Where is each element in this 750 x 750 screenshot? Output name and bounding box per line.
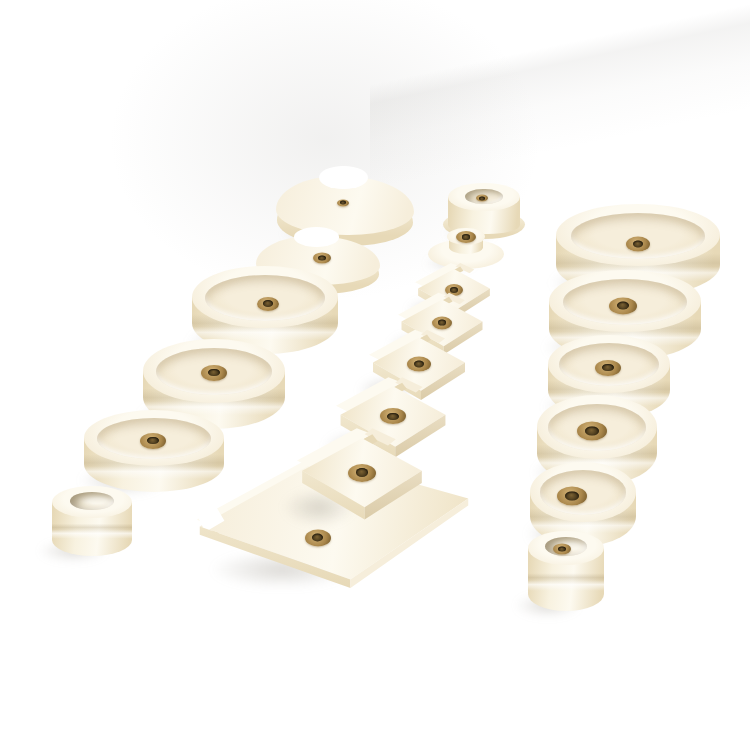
threaded-hole xyxy=(462,234,471,240)
threaded-hole xyxy=(585,426,598,435)
brass-insert xyxy=(201,365,227,381)
threaded-hole xyxy=(340,201,345,204)
pulley-top-face xyxy=(143,339,285,403)
tophat-recess xyxy=(465,189,502,205)
threaded-hole xyxy=(387,413,398,421)
pulley-recessed-dish xyxy=(563,279,688,325)
tophat-top-face xyxy=(448,183,520,211)
product-photo-scene xyxy=(0,0,750,750)
bushing-recess xyxy=(545,537,588,556)
pulley-recessed-dish xyxy=(97,418,212,459)
pulley-recessed-dish xyxy=(548,404,646,451)
pulley-recessed-dish xyxy=(559,343,659,386)
brass-insert xyxy=(595,360,621,376)
pulley-top-face xyxy=(537,395,657,459)
bushing-top-face xyxy=(52,486,132,518)
brass-insert xyxy=(476,195,488,202)
brass-insert xyxy=(380,408,406,424)
threaded-hole xyxy=(312,534,323,542)
pulley-top-face xyxy=(530,462,636,522)
brass-insert xyxy=(577,421,607,440)
step-block-5 xyxy=(297,424,427,525)
bushing-recess xyxy=(70,492,115,510)
pulley-top-face xyxy=(192,266,338,328)
threaded-hole xyxy=(438,320,447,326)
pulley-recessed-dish xyxy=(205,275,325,321)
threaded-hole xyxy=(414,361,425,368)
pulley-recessed-dish xyxy=(156,348,272,395)
bushing-left xyxy=(52,486,132,556)
threaded-hole xyxy=(147,437,158,445)
brass-insert xyxy=(337,199,349,206)
brass-insert xyxy=(609,297,637,314)
pulley-recessed-dish xyxy=(540,470,627,514)
pulley-top-face xyxy=(556,204,720,266)
pulley-top-face xyxy=(548,335,670,393)
threaded-hole xyxy=(602,364,613,372)
threaded-hole xyxy=(318,255,326,260)
bushing-right xyxy=(528,531,604,611)
threaded-hole xyxy=(208,369,219,377)
threaded-hole xyxy=(633,240,644,247)
brass-insert xyxy=(557,486,587,505)
threaded-hole xyxy=(617,302,629,310)
bushing-top-face xyxy=(528,531,604,565)
pulley-top-face xyxy=(549,270,701,332)
brass-insert xyxy=(553,543,571,554)
boss-top-face xyxy=(447,228,485,246)
brass-insert xyxy=(626,236,650,251)
brass-insert xyxy=(140,433,166,449)
brass-insert xyxy=(348,464,376,482)
brass-insert xyxy=(313,253,331,264)
threaded-hole xyxy=(479,197,484,200)
threaded-hole xyxy=(356,468,368,477)
camplate-concave-notch xyxy=(294,227,339,247)
brass-insert xyxy=(456,231,476,243)
brass-insert xyxy=(407,357,431,372)
threaded-hole xyxy=(558,546,566,551)
backdrop-seam-wash xyxy=(370,0,750,190)
threaded-hole xyxy=(565,491,578,500)
pulley-recessed-dish xyxy=(571,213,706,259)
brass-insert xyxy=(257,297,279,311)
threaded-hole xyxy=(263,300,273,307)
